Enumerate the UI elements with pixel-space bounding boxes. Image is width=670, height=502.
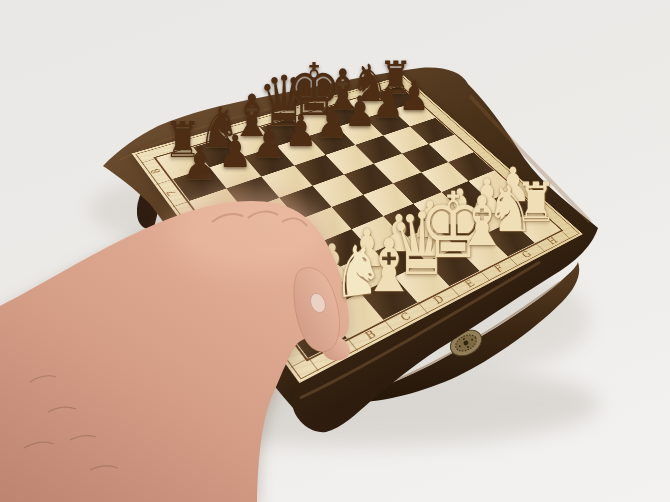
thumb-over-piece (0, 0, 670, 502)
chess-photo-stage: ABCDEFGH12345678 ♜♞♝♛♚♝♞♜♟♟♟♟♟♟♟♟♟♟♟♟♟♟♟… (0, 0, 670, 502)
